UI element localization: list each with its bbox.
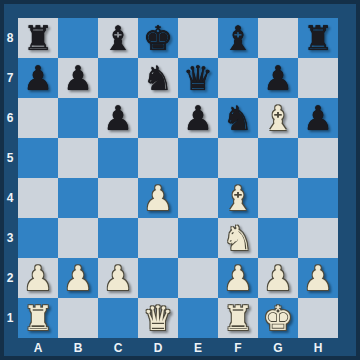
white-pawn-f2: ♟ bbox=[223, 258, 253, 298]
square-f5[interactable] bbox=[218, 138, 258, 178]
black-pawn-b7: ♟ bbox=[63, 58, 93, 98]
square-b8[interactable] bbox=[58, 18, 98, 58]
square-h2[interactable]: ♟ bbox=[298, 258, 338, 298]
square-d6[interactable] bbox=[138, 98, 178, 138]
square-g5[interactable] bbox=[258, 138, 298, 178]
square-c6[interactable]: ♟ bbox=[98, 98, 138, 138]
square-d7[interactable]: ♞ bbox=[138, 58, 178, 98]
rank-label-5: 5 bbox=[2, 138, 18, 178]
black-pawn-c6: ♟ bbox=[103, 98, 133, 138]
square-a1[interactable]: ♜ bbox=[18, 298, 58, 338]
square-e3[interactable] bbox=[178, 218, 218, 258]
square-f2[interactable]: ♟ bbox=[218, 258, 258, 298]
square-f8[interactable]: ♝ bbox=[218, 18, 258, 58]
black-knight-d7: ♞ bbox=[143, 58, 173, 98]
white-king-g1: ♚ bbox=[263, 298, 293, 338]
file-label-d: D bbox=[138, 338, 178, 358]
white-bishop-f4: ♝ bbox=[223, 178, 253, 218]
square-b3[interactable] bbox=[58, 218, 98, 258]
square-e5[interactable] bbox=[178, 138, 218, 178]
white-pawn-a2: ♟ bbox=[23, 258, 53, 298]
square-e1[interactable] bbox=[178, 298, 218, 338]
white-bishop-g6: ♝ bbox=[263, 98, 293, 138]
square-h1[interactable] bbox=[298, 298, 338, 338]
square-c5[interactable] bbox=[98, 138, 138, 178]
black-knight-f6: ♞ bbox=[223, 98, 253, 138]
white-pawn-b2: ♟ bbox=[63, 258, 93, 298]
square-d1[interactable]: ♛ bbox=[138, 298, 178, 338]
black-pawn-e6: ♟ bbox=[183, 98, 213, 138]
square-h8[interactable]: ♜ bbox=[298, 18, 338, 58]
square-g6[interactable]: ♝ bbox=[258, 98, 298, 138]
square-g1[interactable]: ♚ bbox=[258, 298, 298, 338]
square-c4[interactable] bbox=[98, 178, 138, 218]
square-e4[interactable] bbox=[178, 178, 218, 218]
black-queen-e7: ♛ bbox=[183, 58, 213, 98]
white-pawn-d4: ♟ bbox=[143, 178, 173, 218]
rank-label-1: 1 bbox=[2, 298, 18, 338]
square-e2[interactable] bbox=[178, 258, 218, 298]
white-queen-d1: ♛ bbox=[143, 298, 173, 338]
square-a4[interactable] bbox=[18, 178, 58, 218]
chess-board-frame: ♜♝♚♝♜♟♟♞♛♟♟♟♞♝♟♟♝♞♟♟♟♟♟♟♜♛♜♚ 87654321ABC… bbox=[0, 0, 360, 360]
square-g4[interactable] bbox=[258, 178, 298, 218]
white-knight-f3: ♞ bbox=[223, 218, 253, 258]
square-b5[interactable] bbox=[58, 138, 98, 178]
square-b2[interactable]: ♟ bbox=[58, 258, 98, 298]
square-a3[interactable] bbox=[18, 218, 58, 258]
file-label-g: G bbox=[258, 338, 298, 358]
square-h5[interactable] bbox=[298, 138, 338, 178]
square-c1[interactable] bbox=[98, 298, 138, 338]
white-rook-f1: ♜ bbox=[223, 298, 253, 338]
square-c8[interactable]: ♝ bbox=[98, 18, 138, 58]
square-b6[interactable] bbox=[58, 98, 98, 138]
square-g2[interactable]: ♟ bbox=[258, 258, 298, 298]
black-rook-h8: ♜ bbox=[303, 18, 333, 58]
file-label-e: E bbox=[178, 338, 218, 358]
white-pawn-g2: ♟ bbox=[263, 258, 293, 298]
square-h3[interactable] bbox=[298, 218, 338, 258]
black-pawn-a7: ♟ bbox=[23, 58, 53, 98]
rank-label-6: 6 bbox=[2, 98, 18, 138]
square-a2[interactable]: ♟ bbox=[18, 258, 58, 298]
square-d4[interactable]: ♟ bbox=[138, 178, 178, 218]
square-c7[interactable] bbox=[98, 58, 138, 98]
square-e6[interactable]: ♟ bbox=[178, 98, 218, 138]
square-f3[interactable]: ♞ bbox=[218, 218, 258, 258]
black-pawn-h6: ♟ bbox=[303, 98, 333, 138]
square-f4[interactable]: ♝ bbox=[218, 178, 258, 218]
square-a6[interactable] bbox=[18, 98, 58, 138]
rank-label-8: 8 bbox=[2, 18, 18, 58]
square-h4[interactable] bbox=[298, 178, 338, 218]
square-f6[interactable]: ♞ bbox=[218, 98, 258, 138]
white-pawn-h2: ♟ bbox=[303, 258, 333, 298]
square-a7[interactable]: ♟ bbox=[18, 58, 58, 98]
square-c3[interactable] bbox=[98, 218, 138, 258]
square-d5[interactable] bbox=[138, 138, 178, 178]
square-h6[interactable]: ♟ bbox=[298, 98, 338, 138]
black-king-d8: ♚ bbox=[143, 18, 173, 58]
square-d3[interactable] bbox=[138, 218, 178, 258]
white-pawn-c2: ♟ bbox=[103, 258, 133, 298]
file-label-b: B bbox=[58, 338, 98, 358]
square-f1[interactable]: ♜ bbox=[218, 298, 258, 338]
square-b7[interactable]: ♟ bbox=[58, 58, 98, 98]
square-a8[interactable]: ♜ bbox=[18, 18, 58, 58]
file-label-c: C bbox=[98, 338, 138, 358]
square-g3[interactable] bbox=[258, 218, 298, 258]
rank-label-3: 3 bbox=[2, 218, 18, 258]
square-e8[interactable] bbox=[178, 18, 218, 58]
chess-board: ♜♝♚♝♜♟♟♞♛♟♟♟♞♝♟♟♝♞♟♟♟♟♟♟♜♛♜♚ bbox=[18, 18, 338, 338]
rank-label-2: 2 bbox=[2, 258, 18, 298]
square-g8[interactable] bbox=[258, 18, 298, 58]
square-d8[interactable]: ♚ bbox=[138, 18, 178, 58]
square-b1[interactable] bbox=[58, 298, 98, 338]
square-h7[interactable] bbox=[298, 58, 338, 98]
square-a5[interactable] bbox=[18, 138, 58, 178]
square-g7[interactable]: ♟ bbox=[258, 58, 298, 98]
black-rook-a8: ♜ bbox=[23, 18, 53, 58]
file-label-a: A bbox=[18, 338, 58, 358]
file-label-h: H bbox=[298, 338, 338, 358]
square-b4[interactable] bbox=[58, 178, 98, 218]
rank-label-7: 7 bbox=[2, 58, 18, 98]
square-f7[interactable] bbox=[218, 58, 258, 98]
square-c2[interactable]: ♟ bbox=[98, 258, 138, 298]
square-e7[interactable]: ♛ bbox=[178, 58, 218, 98]
file-label-f: F bbox=[218, 338, 258, 358]
black-bishop-c8: ♝ bbox=[103, 18, 133, 58]
black-bishop-f8: ♝ bbox=[223, 18, 253, 58]
rank-label-4: 4 bbox=[2, 178, 18, 218]
square-d2[interactable] bbox=[138, 258, 178, 298]
white-rook-a1: ♜ bbox=[23, 298, 53, 338]
black-pawn-g7: ♟ bbox=[263, 58, 293, 98]
